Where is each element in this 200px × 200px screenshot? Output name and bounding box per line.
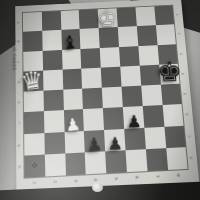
square-f2[interactable]: ♝ [61, 29, 81, 49]
black-pawn-d7[interactable]: ♟ [107, 135, 123, 153]
square-h7[interactable] [24, 133, 45, 156]
white-king-d1[interactable]: ♚ [96, 7, 119, 30]
square-a1[interactable] [154, 6, 174, 26]
stray-white-piece [92, 183, 103, 192]
square-c5[interactable] [122, 86, 143, 108]
square-g7[interactable] [44, 132, 65, 155]
square-d1[interactable]: ♚ [98, 8, 118, 28]
square-b2[interactable] [137, 25, 157, 45]
square-g4[interactable] [43, 69, 63, 90]
square-e3[interactable] [81, 48, 101, 69]
square-g6[interactable] [44, 110, 64, 132]
black-pawn-c6[interactable]: ♟ [126, 113, 142, 130]
square-b5[interactable] [141, 85, 162, 107]
square-e2[interactable] [80, 28, 100, 48]
square-c6[interactable]: ♟ [123, 106, 144, 128]
us-chess-diamond-logo: ❖ [30, 160, 38, 171]
square-c3[interactable] [119, 46, 140, 67]
square-b1[interactable] [135, 6, 155, 26]
square-e7[interactable]: ♟ [84, 129, 105, 152]
square-f1[interactable] [60, 10, 80, 30]
white-pawn-f6[interactable]: ♟ [65, 115, 82, 134]
square-h1[interactable] [23, 12, 42, 32]
square-h6[interactable] [24, 111, 44, 133]
square-e6[interactable] [83, 108, 104, 130]
square-e5[interactable] [82, 88, 103, 110]
square-e4[interactable] [82, 67, 102, 88]
square-c4[interactable] [120, 65, 141, 86]
square-f5[interactable] [63, 89, 83, 111]
square-a7[interactable] [164, 125, 186, 148]
square-a6[interactable] [162, 104, 184, 126]
chessboard-photo: Ⓢ US CHESS abcdefgh 12345678 ♚♝♛♚♟♟♟♟❖ 1… [0, 0, 200, 200]
chess-board: Ⓢ US CHESS abcdefgh 12345678 ♚♝♛♚♟♟♟♟❖ 1… [15, 0, 199, 195]
square-c2[interactable] [118, 26, 138, 46]
white-queen-h4[interactable]: ♛ [19, 67, 45, 95]
square-g2[interactable] [42, 30, 62, 50]
black-king-a4[interactable]: ♚ [157, 58, 183, 86]
square-d5[interactable] [102, 87, 123, 109]
board-grid: ♚♝♛♚♟♟♟♟❖ [23, 6, 188, 178]
square-d3[interactable] [100, 47, 120, 68]
square-d6[interactable] [103, 107, 124, 129]
square-a4[interactable]: ♚ [159, 63, 180, 84]
square-c1[interactable] [117, 7, 137, 27]
square-h4[interactable]: ♛ [23, 70, 43, 91]
black-pawn-e7[interactable]: ♟ [86, 135, 104, 155]
square-g3[interactable] [42, 50, 62, 71]
square-g5[interactable] [43, 90, 63, 112]
square-f6[interactable]: ♟ [64, 109, 85, 131]
square-d4[interactable] [101, 66, 122, 87]
square-h2[interactable] [23, 31, 42, 51]
square-a2[interactable] [156, 24, 177, 44]
square-f4[interactable] [62, 68, 82, 89]
square-d7[interactable]: ♟ [104, 128, 125, 151]
square-b7[interactable] [144, 126, 166, 149]
square-g1[interactable] [42, 11, 61, 31]
square-b6[interactable] [143, 105, 164, 127]
black-bishop-f2[interactable]: ♝ [61, 32, 80, 52]
